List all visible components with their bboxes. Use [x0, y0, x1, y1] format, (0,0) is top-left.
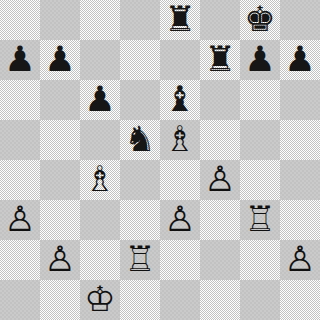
square-e8[interactable]: ♜: [160, 0, 200, 40]
square-g3[interactable]: ♖: [240, 200, 280, 240]
square-f7[interactable]: ♜: [200, 40, 240, 80]
square-c1[interactable]: ♔: [80, 280, 120, 320]
square-f1[interactable]: [200, 280, 240, 320]
square-d6[interactable]: [120, 80, 160, 120]
square-f5[interactable]: [200, 120, 240, 160]
piece-black-bishop: ♝: [164, 79, 195, 119]
piece-white-rook: ♖: [124, 239, 155, 279]
square-d4[interactable]: [120, 160, 160, 200]
square-g1[interactable]: [240, 280, 280, 320]
square-b1[interactable]: [40, 280, 80, 320]
piece-black-rook: ♜: [204, 39, 235, 79]
square-h5[interactable]: [280, 120, 320, 160]
square-h3[interactable]: [280, 200, 320, 240]
square-f6[interactable]: [200, 80, 240, 120]
square-b3[interactable]: [40, 200, 80, 240]
square-d3[interactable]: [120, 200, 160, 240]
piece-white-bishop: ♗: [164, 119, 195, 159]
piece-black-pawn: ♟: [4, 39, 35, 79]
square-a6[interactable]: [0, 80, 40, 120]
piece-black-pawn: ♟: [284, 39, 315, 79]
square-e5[interactable]: ♗: [160, 120, 200, 160]
piece-white-pawn: ♙: [284, 239, 315, 279]
square-a4[interactable]: [0, 160, 40, 200]
square-e7[interactable]: [160, 40, 200, 80]
square-e4[interactable]: [160, 160, 200, 200]
square-g2[interactable]: [240, 240, 280, 280]
piece-black-pawn: ♟: [244, 39, 275, 79]
square-b5[interactable]: [40, 120, 80, 160]
square-g7[interactable]: ♟: [240, 40, 280, 80]
square-h1[interactable]: [280, 280, 320, 320]
square-e6[interactable]: ♝: [160, 80, 200, 120]
piece-black-pawn: ♟: [44, 39, 75, 79]
piece-white-pawn: ♙: [44, 239, 75, 279]
square-h7[interactable]: ♟: [280, 40, 320, 80]
square-d5[interactable]: ♞: [120, 120, 160, 160]
square-f2[interactable]: [200, 240, 240, 280]
square-a8[interactable]: [0, 0, 40, 40]
square-h2[interactable]: ♙: [280, 240, 320, 280]
square-b6[interactable]: [40, 80, 80, 120]
square-h8[interactable]: [280, 0, 320, 40]
piece-white-pawn: ♙: [204, 159, 235, 199]
square-a2[interactable]: [0, 240, 40, 280]
square-e3[interactable]: ♙: [160, 200, 200, 240]
square-b7[interactable]: ♟: [40, 40, 80, 80]
square-c7[interactable]: [80, 40, 120, 80]
piece-white-bishop: ♗: [84, 159, 115, 199]
square-d8[interactable]: [120, 0, 160, 40]
square-g4[interactable]: [240, 160, 280, 200]
square-g8[interactable]: ♚: [240, 0, 280, 40]
square-e1[interactable]: [160, 280, 200, 320]
square-b8[interactable]: [40, 0, 80, 40]
square-c6[interactable]: ♟: [80, 80, 120, 120]
square-g6[interactable]: [240, 80, 280, 120]
square-c4[interactable]: ♗: [80, 160, 120, 200]
square-d7[interactable]: [120, 40, 160, 80]
square-g5[interactable]: [240, 120, 280, 160]
square-f4[interactable]: ♙: [200, 160, 240, 200]
square-c8[interactable]: [80, 0, 120, 40]
square-e2[interactable]: [160, 240, 200, 280]
square-c3[interactable]: [80, 200, 120, 240]
square-d2[interactable]: ♖: [120, 240, 160, 280]
piece-black-king: ♚: [244, 0, 275, 39]
chess-board: ♜♚♟♟♜♟♟♟♝♞♗♗♙♙♙♖♙♖♙♔: [0, 0, 320, 320]
piece-white-pawn: ♙: [4, 199, 35, 239]
piece-white-rook: ♖: [244, 199, 275, 239]
square-f3[interactable]: [200, 200, 240, 240]
piece-black-pawn: ♟: [84, 79, 115, 119]
square-c5[interactable]: [80, 120, 120, 160]
piece-black-rook: ♜: [164, 0, 195, 39]
square-h6[interactable]: [280, 80, 320, 120]
square-a5[interactable]: [0, 120, 40, 160]
piece-white-pawn: ♙: [164, 199, 195, 239]
square-a1[interactable]: [0, 280, 40, 320]
square-h4[interactable]: [280, 160, 320, 200]
square-b2[interactable]: ♙: [40, 240, 80, 280]
square-f8[interactable]: [200, 0, 240, 40]
square-c2[interactable]: [80, 240, 120, 280]
square-b4[interactable]: [40, 160, 80, 200]
piece-black-knight: ♞: [124, 119, 155, 159]
square-a7[interactable]: ♟: [0, 40, 40, 80]
square-d1[interactable]: [120, 280, 160, 320]
piece-white-king: ♔: [84, 279, 115, 319]
square-a3[interactable]: ♙: [0, 200, 40, 240]
